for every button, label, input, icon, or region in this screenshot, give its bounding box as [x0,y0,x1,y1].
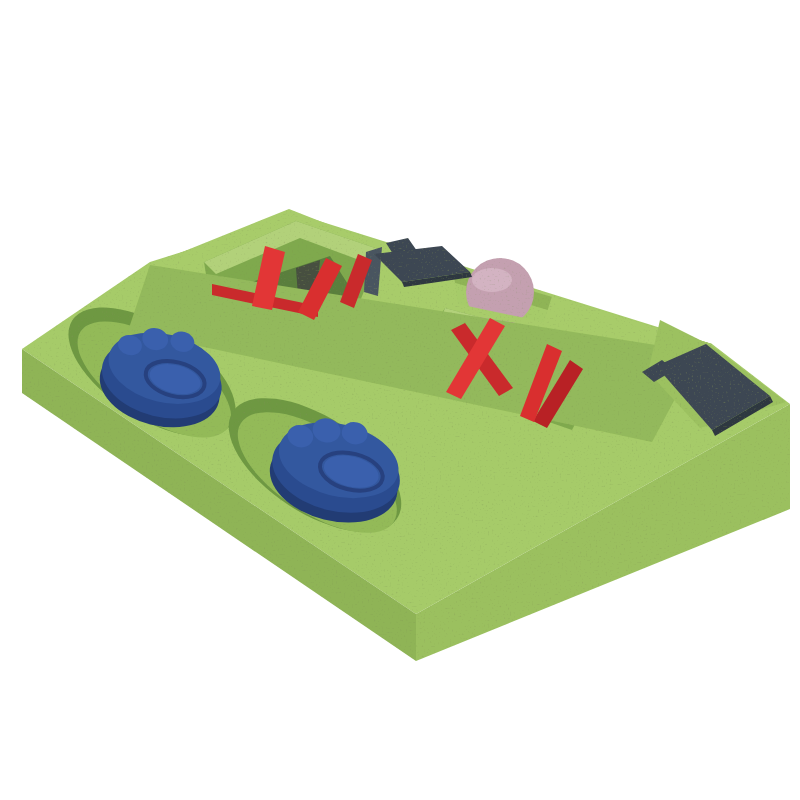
puzzle-toy-illustration [0,0,800,800]
photo-canvas [0,0,800,800]
ball-highlight [472,268,512,292]
